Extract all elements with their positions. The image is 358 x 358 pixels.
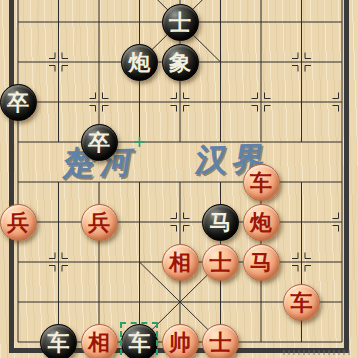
- piece-black-chariot[interactable]: 车: [40, 324, 77, 358]
- piece-black-horse[interactable]: 马: [202, 204, 239, 241]
- piece-black-elephant[interactable]: 象: [162, 44, 199, 81]
- square-f5-r6: 马: [200, 202, 241, 242]
- piece-red-chariot[interactable]: 车: [283, 284, 320, 321]
- square-f2-r6: 兵: [79, 202, 120, 242]
- square-f4-r7: 相: [160, 242, 201, 282]
- piece-black-soldier[interactable]: 卒: [0, 84, 37, 121]
- piece-black-chariot[interactable]: 车: [121, 324, 158, 358]
- square-f5-r7: 士: [200, 242, 241, 282]
- piece-black-advisor[interactable]: 士: [162, 4, 199, 41]
- square-f5-r9: 士: [200, 322, 241, 358]
- xiangqi-board: 楚河 汉界 士炮象卒卒车兵兵马炮相士马车车相车帅士: [0, 0, 358, 358]
- piece-red-chariot[interactable]: 车: [243, 164, 280, 201]
- square-f7-r8: 车: [281, 282, 322, 322]
- piece-black-cannon[interactable]: 炮: [121, 44, 158, 81]
- piece-red-horse[interactable]: 马: [243, 244, 280, 281]
- square-f3-r2: 炮: [119, 42, 160, 82]
- piece-layer: 士炮象卒卒车兵兵马炮相士马车车相车帅士: [0, 0, 358, 358]
- square-f2-r4: 卒: [79, 122, 120, 162]
- piece-red-general[interactable]: 帅: [162, 324, 199, 358]
- piece-red-elephant[interactable]: 相: [162, 244, 199, 281]
- square-f1-r9: 车: [38, 322, 79, 358]
- piece-red-soldier[interactable]: 兵: [0, 204, 37, 241]
- square-f4-r2: 象: [160, 42, 201, 82]
- square-f4-r9: 帅: [160, 322, 201, 358]
- square-f6-r7: 马: [241, 242, 282, 282]
- square-f6-r5: 车: [241, 162, 282, 202]
- piece-red-soldier[interactable]: 兵: [81, 204, 118, 241]
- square-f0-r3: 卒: [0, 82, 38, 122]
- square-f2-r9: 相: [79, 322, 120, 358]
- piece-red-elephant[interactable]: 相: [81, 324, 118, 358]
- square-f4-r1: 士: [160, 2, 201, 42]
- piece-black-soldier[interactable]: 卒: [81, 124, 118, 161]
- piece-red-advisor[interactable]: 士: [202, 244, 239, 281]
- watermark: [283, 350, 351, 355]
- piece-red-advisor[interactable]: 士: [202, 324, 239, 358]
- square-f0-r6: 兵: [0, 202, 38, 242]
- square-f6-r6: 炮: [241, 202, 282, 242]
- piece-red-cannon[interactable]: 炮: [243, 204, 280, 241]
- square-f3-r9: 车: [119, 322, 160, 358]
